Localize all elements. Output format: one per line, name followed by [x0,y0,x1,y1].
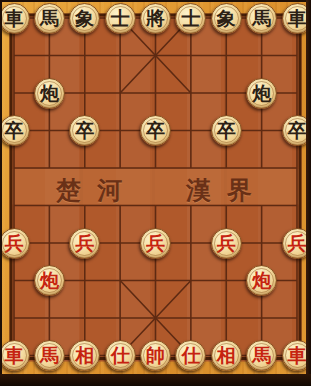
piece-red-horse[interactable]: 馬 [34,340,65,371]
piece-black-cannon[interactable]: 炮 [246,78,277,109]
piece-glyph: 將 [146,9,165,28]
piece-red-elephant[interactable]: 相 [211,340,242,371]
piece-glyph: 馬 [40,9,59,28]
river-label-han-border: 漢界 [178,174,268,207]
piece-black-cannon[interactable]: 炮 [34,78,65,109]
river-label-chu-river: 楚河 [48,174,138,207]
frame-shadow-bottom [0,374,311,386]
piece-glyph: 兵 [146,234,165,253]
piece-black-elephant[interactable]: 象 [69,3,100,34]
piece-glyph: 卒 [288,121,307,140]
piece-glyph: 馬 [252,346,271,365]
piece-glyph: 馬 [252,9,271,28]
piece-glyph: 炮 [40,84,59,103]
piece-glyph: 車 [288,9,307,28]
piece-glyph: 車 [5,346,24,365]
piece-glyph: 卒 [5,121,24,140]
piece-glyph: 兵 [75,234,94,253]
piece-glyph: 相 [217,346,236,365]
piece-glyph: 仕 [181,346,200,365]
piece-black-advisor[interactable]: 士 [175,3,206,34]
piece-glyph: 卒 [75,121,94,140]
piece-glyph: 車 [5,9,24,28]
piece-glyph: 炮 [252,84,271,103]
piece-glyph: 兵 [217,234,236,253]
piece-black-horse[interactable]: 馬 [34,3,65,34]
xiangqi-game-screen: 楚河 漢界 車馬象士將士象馬車炮炮卒卒卒卒卒兵兵兵兵兵炮炮車馬相仕帥仕相馬車 [0,0,311,386]
piece-red-chariot[interactable]: 車 [0,340,30,371]
piece-glyph: 卒 [217,121,236,140]
piece-glyph: 士 [181,9,200,28]
piece-glyph: 士 [111,9,130,28]
piece-red-soldier[interactable]: 兵 [69,228,100,259]
piece-red-cannon[interactable]: 炮 [246,265,277,296]
piece-glyph: 兵 [288,234,307,253]
piece-glyph: 仕 [111,346,130,365]
piece-red-horse[interactable]: 馬 [246,340,277,371]
piece-red-advisor[interactable]: 仕 [105,340,136,371]
piece-black-soldier[interactable]: 卒 [0,115,30,146]
piece-glyph: 帥 [146,346,165,365]
piece-black-elephant[interactable]: 象 [211,3,242,34]
piece-red-cannon[interactable]: 炮 [34,265,65,296]
piece-glyph: 車 [288,346,307,365]
piece-black-advisor[interactable]: 士 [105,3,136,34]
piece-glyph: 馬 [40,346,59,365]
piece-black-general[interactable]: 將 [140,3,171,34]
piece-glyph: 象 [75,9,94,28]
piece-glyph: 炮 [252,271,271,290]
piece-black-soldier[interactable]: 卒 [211,115,242,146]
frame-shadow-left [0,0,2,386]
piece-red-general[interactable]: 帥 [140,340,171,371]
piece-glyph: 炮 [40,271,59,290]
frame-shadow-top [0,0,311,2]
piece-black-chariot[interactable]: 車 [0,3,30,34]
piece-glyph: 象 [217,9,236,28]
piece-glyph: 相 [75,346,94,365]
piece-black-horse[interactable]: 馬 [246,3,277,34]
frame-shadow-right [306,0,311,386]
piece-black-soldier[interactable]: 卒 [140,115,171,146]
piece-red-soldier[interactable]: 兵 [211,228,242,259]
piece-red-soldier[interactable]: 兵 [140,228,171,259]
piece-glyph: 卒 [146,121,165,140]
piece-glyph: 兵 [5,234,24,253]
piece-red-soldier[interactable]: 兵 [0,228,30,259]
